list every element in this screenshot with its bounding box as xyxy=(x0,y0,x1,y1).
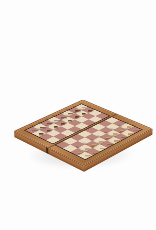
photo-composition: ♜♞♝♛♚♝♞♜♟♟♟♟♟♟♟♟♟♟♟♟♟♟♟♟♜♞♝♛♚♝♞♜ xyxy=(0,0,156,230)
product-photo: ♜♞♝♛♚♝♞♜♟♟♟♟♟♟♟♟♟♟♟♟♟♟♟♟♜♞♝♛♚♝♞♜ xyxy=(0,0,156,230)
scene-3d: ♜♞♝♛♚♝♞♜♟♟♟♟♟♟♟♟♟♟♟♟♟♟♟♟♜♞♝♛♚♝♞♜ xyxy=(0,0,156,230)
chess-board: ♜♞♝♛♚♝♞♜♟♟♟♟♟♟♟♟♟♟♟♟♟♟♟♟♜♞♝♛♚♝♞♜ xyxy=(14,99,153,165)
